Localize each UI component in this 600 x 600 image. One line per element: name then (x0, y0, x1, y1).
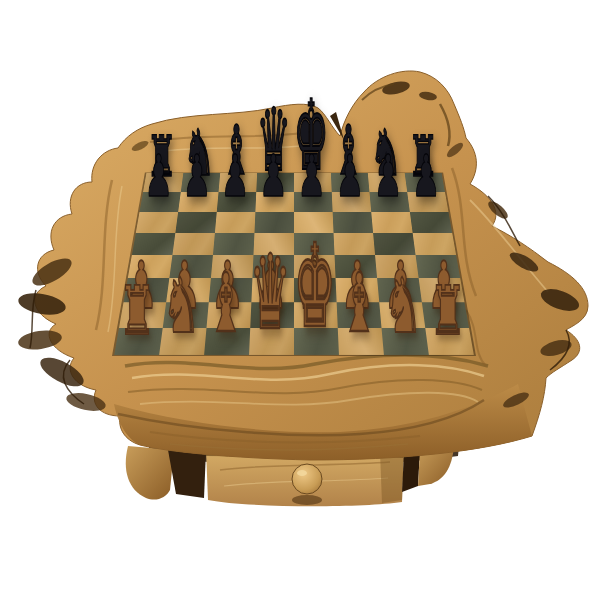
knob-highlight (297, 470, 307, 476)
square-h6[interactable] (410, 212, 452, 233)
drawer-knob[interactable] (292, 464, 322, 494)
piece-white-rook-a1[interactable]: ♜ (119, 278, 156, 346)
piece-black-pawn-b7[interactable]: ♟ (183, 147, 212, 205)
piece-black-pawn-g7[interactable]: ♟ (374, 147, 403, 205)
piece-white-rook-h1[interactable]: ♜ (430, 278, 467, 346)
piece-white-bishop-c1[interactable]: ♝ (208, 264, 244, 345)
piece-white-knight-b1[interactable]: ♞ (163, 269, 201, 345)
piece-black-pawn-e7[interactable]: ♟ (297, 147, 326, 205)
table-left-leg-shadow (168, 450, 206, 498)
piece-black-pawn-d7[interactable]: ♟ (259, 147, 288, 205)
square-c6[interactable] (215, 212, 255, 233)
piece-white-bishop-f1[interactable]: ♝ (341, 264, 377, 345)
drawer-right-shading (380, 452, 404, 503)
piece-white-queen-d1[interactable]: ♛ (250, 242, 291, 345)
square-b6[interactable] (175, 212, 216, 233)
table-left-leg (126, 446, 174, 500)
piece-black-pawn-a7[interactable]: ♟ (144, 147, 173, 205)
chess-table-photo: ♜♞♝♛♚♝♞♜♟♟♟♟♟♟♟♟♟♟♟♟♟♟♟♟♜♞♝♛♚♝♞♜ (0, 0, 600, 600)
square-a6[interactable] (136, 212, 178, 233)
piece-white-king-e1[interactable]: ♚ (294, 230, 336, 345)
square-f6[interactable] (333, 212, 373, 233)
square-d6[interactable] (254, 212, 294, 233)
piece-black-pawn-c7[interactable]: ♟ (221, 147, 250, 205)
knob-shadow (292, 495, 322, 505)
piece-black-pawn-h7[interactable]: ♟ (412, 147, 441, 205)
piece-black-pawn-f7[interactable]: ♟ (335, 147, 364, 205)
square-g6[interactable] (371, 212, 412, 233)
piece-white-knight-g1[interactable]: ♞ (385, 269, 423, 345)
